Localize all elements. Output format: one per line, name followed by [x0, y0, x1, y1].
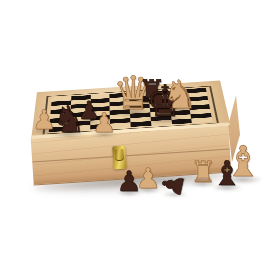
- light-bishop-glyph: ♝: [222, 143, 264, 181]
- clasp-latch: [114, 149, 124, 162]
- dark-pawn-glyph: ♟: [158, 169, 187, 200]
- piece-board-white-knight-g6: ♞: [161, 77, 200, 116]
- chess-set-product-photo: ♟♞♟♟♛♜♚♞♟♟♟♜♝♝: [0, 0, 270, 270]
- board-square: [191, 117, 212, 123]
- light-knight-glyph: ♞: [161, 77, 200, 112]
- piece-ground-white-bishop: ♝: [222, 143, 264, 185]
- piece-ground-black-pawn-lying: ♟: [162, 171, 189, 198]
